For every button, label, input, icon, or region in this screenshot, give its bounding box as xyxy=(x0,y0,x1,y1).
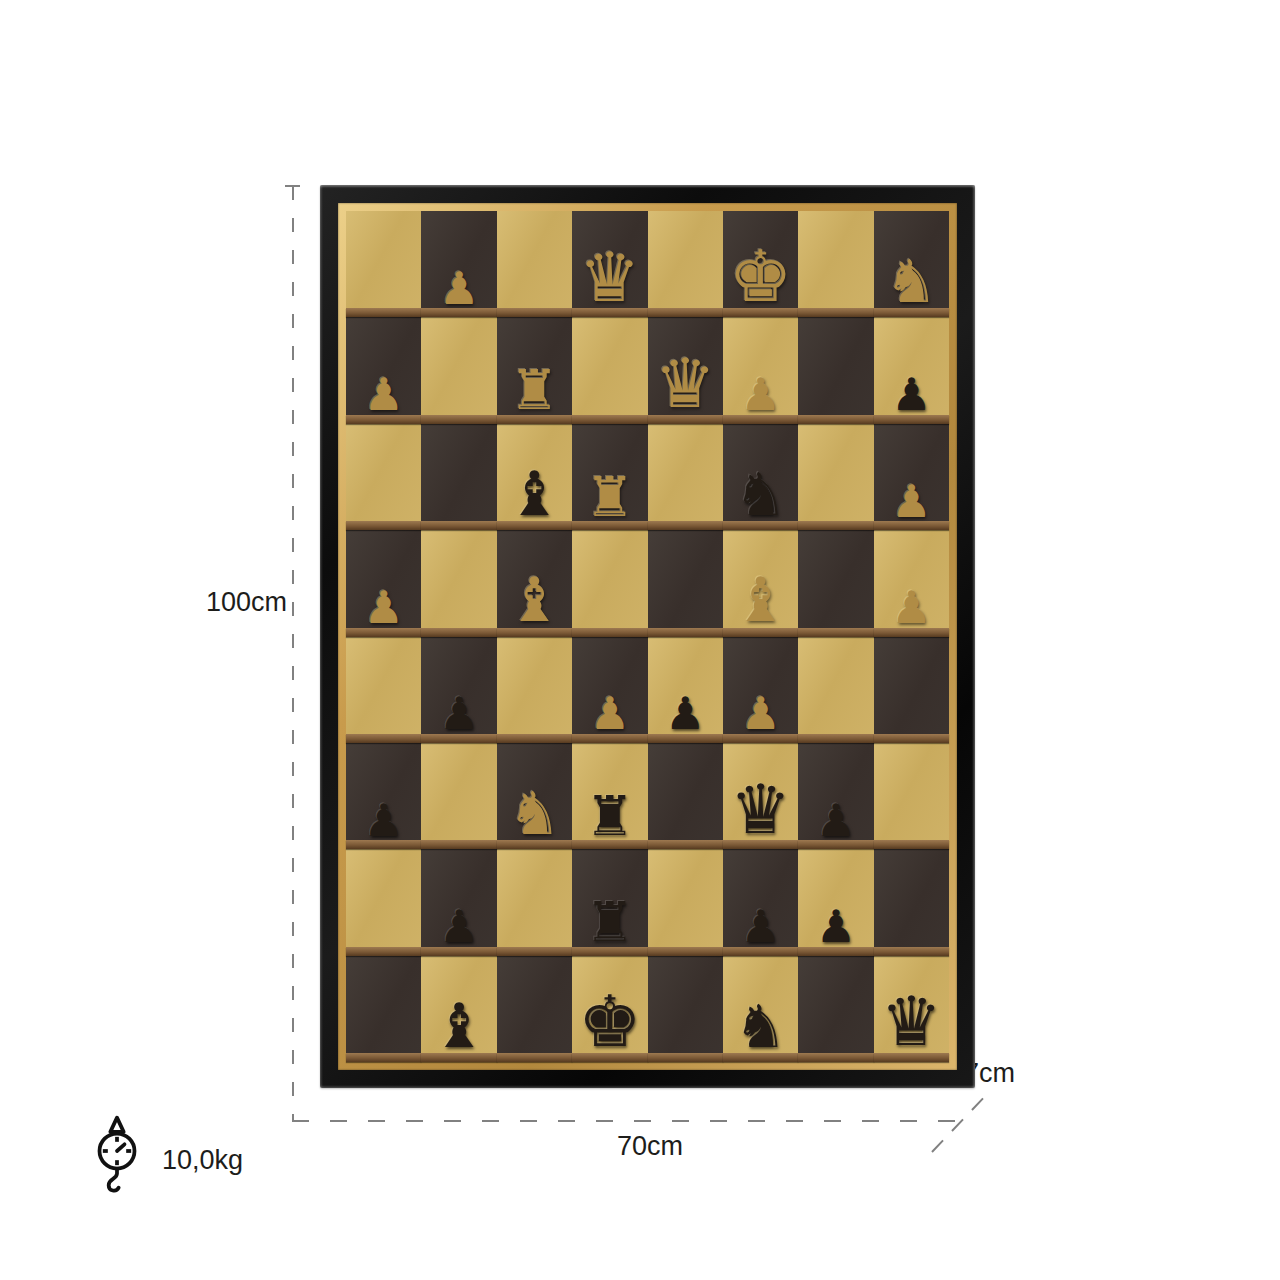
product-photo: 100cm 70cm 7cm 10,0kg ♟♛♚♞♟♜♛♟♟♝♜♞♟♟♝♝♟♟… xyxy=(0,0,1280,1280)
piece-black-pawn-g2: ♟ xyxy=(798,906,873,947)
square-d8: ♛ xyxy=(572,211,647,317)
piece-gold-bishop-c5: ♝ xyxy=(497,572,572,628)
piece-black-rook-d2: ♜ xyxy=(572,897,647,948)
square-d7 xyxy=(572,317,647,423)
square-e2 xyxy=(648,849,723,955)
square-h7: ♟ xyxy=(874,317,949,423)
square-b3 xyxy=(421,743,496,849)
square-e5 xyxy=(648,530,723,636)
piece-black-queen-f3: ♛ xyxy=(723,779,798,842)
square-g3: ♟ xyxy=(798,743,873,849)
height-dimension-line xyxy=(292,186,294,1122)
piece-black-bishop-c6: ♝ xyxy=(497,466,572,522)
piece-black-pawn-a3: ♟ xyxy=(346,800,421,841)
square-f5: ♝ xyxy=(723,530,798,636)
square-h1: ♛ xyxy=(874,956,949,1062)
piece-gold-king-f8: ♚ xyxy=(723,244,798,309)
square-c2 xyxy=(497,849,572,955)
square-h8: ♞ xyxy=(874,211,949,317)
square-e6 xyxy=(648,424,723,530)
piece-gold-pawn-f7: ♟ xyxy=(723,374,798,415)
board-gold-trim: ♟♛♚♞♟♜♛♟♟♝♜♞♟♟♝♝♟♟♟♟♟♟♞♜♛♟♟♜♟♟♝♚♞♛ xyxy=(338,203,957,1070)
square-e8 xyxy=(648,211,723,317)
square-d2: ♜ xyxy=(572,849,647,955)
square-e1 xyxy=(648,956,723,1062)
piece-gold-pawn-d4: ♟ xyxy=(572,693,647,734)
square-f4: ♟ xyxy=(723,637,798,743)
piece-gold-pawn-b8: ♟ xyxy=(421,268,496,309)
height-label: 100cm xyxy=(203,588,287,618)
square-a7: ♟ xyxy=(346,317,421,423)
piece-gold-pawn-a7: ♟ xyxy=(346,374,421,415)
square-d1: ♚ xyxy=(572,956,647,1062)
square-f3: ♛ xyxy=(723,743,798,849)
square-b6 xyxy=(421,424,496,530)
square-e3 xyxy=(648,743,723,849)
square-a8 xyxy=(346,211,421,317)
piece-black-bishop-b1: ♝ xyxy=(421,998,496,1054)
square-b7 xyxy=(421,317,496,423)
square-d4: ♟ xyxy=(572,637,647,743)
square-d3: ♜ xyxy=(572,743,647,849)
piece-gold-knight-c3: ♞ xyxy=(497,787,572,841)
square-a3: ♟ xyxy=(346,743,421,849)
chess-board-frame: ♟♛♚♞♟♜♛♟♟♝♜♞♟♟♝♝♟♟♟♟♟♟♞♜♛♟♟♜♟♟♝♚♞♛ xyxy=(320,185,975,1088)
square-h3 xyxy=(874,743,949,849)
square-h6: ♟ xyxy=(874,424,949,530)
square-h5: ♟ xyxy=(874,530,949,636)
square-f7: ♟ xyxy=(723,317,798,423)
piece-black-queen-h1: ♛ xyxy=(874,991,949,1054)
piece-gold-pawn-a5: ♟ xyxy=(346,587,421,628)
piece-gold-pawn-h6: ♟ xyxy=(874,481,949,522)
square-f6: ♞ xyxy=(723,424,798,530)
piece-black-pawn-b2: ♟ xyxy=(421,906,496,947)
square-a1 xyxy=(346,956,421,1062)
square-f8: ♚ xyxy=(723,211,798,317)
square-d6: ♜ xyxy=(572,424,647,530)
piece-black-rook-d3: ♜ xyxy=(572,791,647,842)
square-b2: ♟ xyxy=(421,849,496,955)
square-g2: ♟ xyxy=(798,849,873,955)
piece-black-pawn-b4: ♟ xyxy=(421,693,496,734)
piece-black-king-d1: ♚ xyxy=(572,989,647,1054)
depth-dimension-line xyxy=(920,1080,1010,1170)
square-a5: ♟ xyxy=(346,530,421,636)
square-f2: ♟ xyxy=(723,849,798,955)
weight-scale-icon xyxy=(92,1114,142,1208)
piece-black-knight-f1: ♞ xyxy=(723,1000,798,1054)
square-e4: ♟ xyxy=(648,637,723,743)
square-c7: ♜ xyxy=(497,317,572,423)
square-c3: ♞ xyxy=(497,743,572,849)
square-c6: ♝ xyxy=(497,424,572,530)
width-label: 70cm xyxy=(598,1132,702,1162)
square-b8: ♟ xyxy=(421,211,496,317)
square-h4 xyxy=(874,637,949,743)
square-g7 xyxy=(798,317,873,423)
piece-black-pawn-h7: ♟ xyxy=(874,374,949,415)
square-d5 xyxy=(572,530,647,636)
piece-black-knight-f6: ♞ xyxy=(723,468,798,522)
square-a6 xyxy=(346,424,421,530)
square-h2 xyxy=(874,849,949,955)
square-a4 xyxy=(346,637,421,743)
square-g5 xyxy=(798,530,873,636)
square-c8 xyxy=(497,211,572,317)
square-c5: ♝ xyxy=(497,530,572,636)
square-b5 xyxy=(421,530,496,636)
square-f1: ♞ xyxy=(723,956,798,1062)
square-c1 xyxy=(497,956,572,1062)
chess-board: ♟♛♚♞♟♜♛♟♟♝♜♞♟♟♝♝♟♟♟♟♟♟♞♜♛♟♟♜♟♟♝♚♞♛ xyxy=(346,211,949,1062)
piece-gold-pawn-f4: ♟ xyxy=(723,693,798,734)
square-a2 xyxy=(346,849,421,955)
square-b1: ♝ xyxy=(421,956,496,1062)
square-g4 xyxy=(798,637,873,743)
piece-gold-knight-h8: ♞ xyxy=(874,255,949,309)
piece-gold-rook-c7: ♜ xyxy=(497,365,572,416)
square-e7: ♛ xyxy=(648,317,723,423)
piece-black-pawn-f2: ♟ xyxy=(723,906,798,947)
square-b4: ♟ xyxy=(421,637,496,743)
piece-gold-queen-e7: ♛ xyxy=(648,353,723,416)
square-c4 xyxy=(497,637,572,743)
piece-gold-pawn-h5: ♟ xyxy=(874,587,949,628)
piece-gold-queen-d8: ♛ xyxy=(572,247,647,310)
square-g8 xyxy=(798,211,873,317)
piece-black-pawn-e4: ♟ xyxy=(648,693,723,734)
weight-label: 10,0kg xyxy=(162,1146,243,1176)
piece-gold-rook-d6: ♜ xyxy=(572,472,647,523)
width-dimension-line xyxy=(292,1120,958,1122)
piece-black-pawn-g3: ♟ xyxy=(798,800,873,841)
piece-gold-bishop-f5: ♝ xyxy=(723,572,798,628)
square-g1 xyxy=(798,956,873,1062)
square-g6 xyxy=(798,424,873,530)
